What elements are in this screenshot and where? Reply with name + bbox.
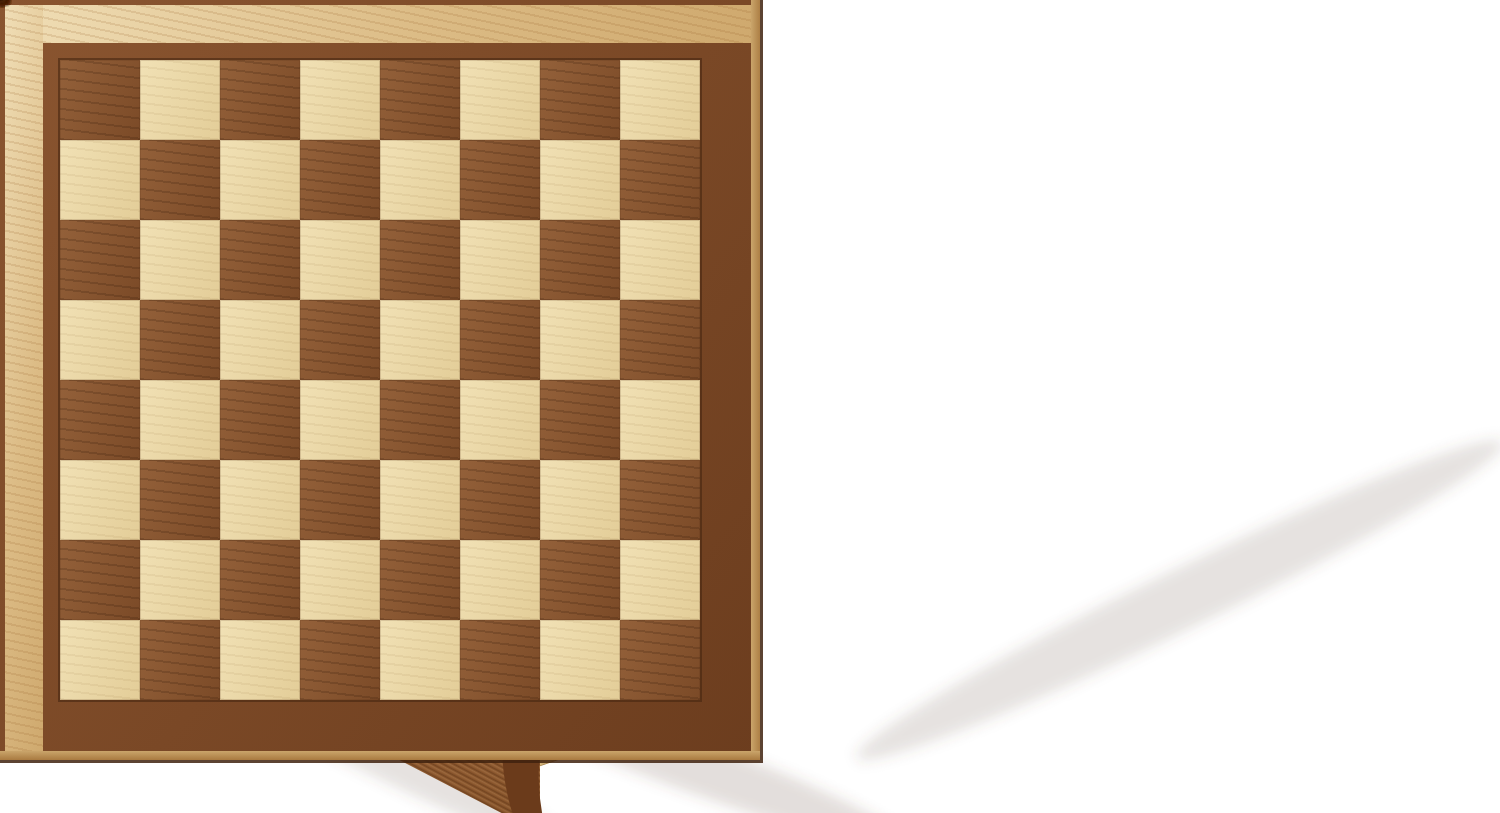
square-f2[interactable] (460, 140, 540, 220)
square-a2[interactable] (60, 140, 140, 220)
square-c8[interactable] (220, 620, 300, 700)
square-e8[interactable] (380, 620, 460, 700)
square-d5[interactable] (300, 380, 380, 460)
square-h2[interactable] (620, 140, 700, 220)
square-d3[interactable] (300, 220, 380, 300)
square-c7[interactable] (220, 540, 300, 620)
maple-lip-near-left-edge (0, 751, 760, 760)
square-b1[interactable] (140, 60, 220, 140)
square-h7[interactable] (620, 540, 700, 620)
square-h4[interactable] (620, 300, 700, 380)
square-g1[interactable] (540, 60, 620, 140)
square-g6[interactable] (540, 460, 620, 540)
square-e7[interactable] (380, 540, 460, 620)
square-g3[interactable] (540, 220, 620, 300)
chess-board (60, 60, 700, 700)
square-h5[interactable] (620, 380, 700, 460)
square-c2[interactable] (220, 140, 300, 220)
square-h3[interactable] (620, 220, 700, 300)
maple-lip-near-right-edge (751, 0, 760, 760)
square-g5[interactable] (540, 380, 620, 460)
square-b7[interactable] (140, 540, 220, 620)
square-d8[interactable] (300, 620, 380, 700)
square-b8[interactable] (140, 620, 220, 700)
square-d4[interactable] (300, 300, 380, 380)
product-photo-stage: ♜♞♝♚♛♝♞♜♟♟♟♟♟♟♟♟♟♟♟♟♟♟♟♟♜♞♝♛♚♝♞♜ (0, 0, 1500, 813)
square-h6[interactable] (620, 460, 700, 540)
square-g7[interactable] (540, 540, 620, 620)
square-e6[interactable] (380, 460, 460, 540)
square-f8[interactable] (460, 620, 540, 700)
shadow-front-right (843, 415, 1500, 785)
square-f7[interactable] (460, 540, 540, 620)
square-g4[interactable] (540, 300, 620, 380)
square-a1[interactable] (60, 60, 140, 140)
square-d1[interactable] (300, 60, 380, 140)
maple-rim-far-left-edge (5, 5, 43, 755)
square-f4[interactable] (460, 300, 540, 380)
square-b5[interactable] (140, 380, 220, 460)
square-e3[interactable] (380, 220, 460, 300)
square-a4[interactable] (60, 300, 140, 380)
square-b6[interactable] (140, 460, 220, 540)
square-h8[interactable] (620, 620, 700, 700)
square-c3[interactable] (220, 220, 300, 300)
square-d2[interactable] (300, 140, 380, 220)
square-h1[interactable] (620, 60, 700, 140)
square-b2[interactable] (140, 140, 220, 220)
square-g8[interactable] (540, 620, 620, 700)
square-f1[interactable] (460, 60, 540, 140)
square-d7[interactable] (300, 540, 380, 620)
square-c6[interactable] (220, 460, 300, 540)
square-e2[interactable] (380, 140, 460, 220)
box-top-face (0, 0, 760, 760)
square-e5[interactable] (380, 380, 460, 460)
maple-rim-far-right-edge (5, 5, 755, 43)
square-c4[interactable] (220, 300, 300, 380)
square-f5[interactable] (460, 380, 540, 460)
square-c1[interactable] (220, 60, 300, 140)
square-a3[interactable] (60, 220, 140, 300)
square-d6[interactable] (300, 460, 380, 540)
square-c5[interactable] (220, 380, 300, 460)
square-b3[interactable] (140, 220, 220, 300)
square-e1[interactable] (380, 60, 460, 140)
square-e4[interactable] (380, 300, 460, 380)
square-a7[interactable] (60, 540, 140, 620)
square-a5[interactable] (60, 380, 140, 460)
square-b4[interactable] (140, 300, 220, 380)
square-g2[interactable] (540, 140, 620, 220)
square-f6[interactable] (460, 460, 540, 540)
square-f3[interactable] (460, 220, 540, 300)
square-a8[interactable] (60, 620, 140, 700)
square-a6[interactable] (60, 460, 140, 540)
